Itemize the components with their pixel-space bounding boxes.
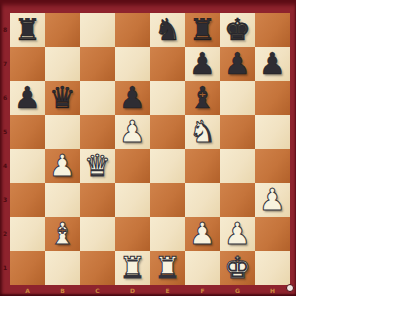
square-f1[interactable] — [185, 251, 220, 285]
piece-white-queen: ♛ — [80, 149, 115, 183]
file-label-e: E — [150, 285, 185, 296]
square-f4[interactable] — [185, 149, 220, 183]
square-e4[interactable] — [150, 149, 185, 183]
square-a8[interactable]: ♜ — [10, 13, 45, 47]
square-a4[interactable] — [10, 149, 45, 183]
square-e7[interactable] — [150, 47, 185, 81]
square-d5[interactable]: ♟ — [115, 115, 150, 149]
rank-label-1: 1 — [0, 251, 10, 285]
square-e5[interactable] — [150, 115, 185, 149]
piece-white-pawn: ♟ — [115, 115, 150, 149]
piece-black-rook: ♜ — [185, 13, 220, 47]
piece-black-pawn: ♟ — [185, 47, 220, 81]
square-a3[interactable] — [10, 183, 45, 217]
square-d7[interactable] — [115, 47, 150, 81]
piece-white-king: ♚ — [220, 251, 255, 285]
square-d4[interactable] — [115, 149, 150, 183]
square-e2[interactable] — [150, 217, 185, 251]
piece-white-pawn: ♟ — [220, 217, 255, 251]
square-h1[interactable] — [255, 251, 290, 285]
square-a5[interactable] — [10, 115, 45, 149]
square-b2[interactable]: ♝ — [45, 217, 80, 251]
square-b1[interactable] — [45, 251, 80, 285]
file-label-c: C — [80, 285, 115, 296]
square-g2[interactable]: ♟ — [220, 217, 255, 251]
rank-label-8: 8 — [0, 13, 10, 47]
square-f2[interactable]: ♟ — [185, 217, 220, 251]
square-c3[interactable] — [80, 183, 115, 217]
square-g3[interactable] — [220, 183, 255, 217]
square-c2[interactable] — [80, 217, 115, 251]
square-d1[interactable]: ♜ — [115, 251, 150, 285]
file-label-a: A — [10, 285, 45, 296]
file-label-b: B — [45, 285, 80, 296]
square-h6[interactable] — [255, 81, 290, 115]
piece-white-pawn: ♟ — [185, 217, 220, 251]
piece-white-rook: ♜ — [150, 251, 185, 285]
piece-white-rook: ♜ — [115, 251, 150, 285]
piece-black-pawn: ♟ — [115, 81, 150, 115]
square-c1[interactable] — [80, 251, 115, 285]
file-label-g: G — [220, 285, 255, 296]
rank-label-3: 3 — [0, 183, 10, 217]
square-f6[interactable]: ♝ — [185, 81, 220, 115]
piece-black-queen: ♛ — [45, 81, 80, 115]
square-h7[interactable]: ♟ — [255, 47, 290, 81]
square-e3[interactable] — [150, 183, 185, 217]
square-d6[interactable]: ♟ — [115, 81, 150, 115]
square-g6[interactable] — [220, 81, 255, 115]
square-e1[interactable]: ♜ — [150, 251, 185, 285]
square-h3[interactable]: ♟ — [255, 183, 290, 217]
square-a6[interactable]: ♟ — [10, 81, 45, 115]
rank-label-2: 2 — [0, 217, 10, 251]
square-f8[interactable]: ♜ — [185, 13, 220, 47]
square-f7[interactable]: ♟ — [185, 47, 220, 81]
square-b6[interactable]: ♛ — [45, 81, 80, 115]
square-h2[interactable] — [255, 217, 290, 251]
square-h5[interactable] — [255, 115, 290, 149]
file-label-d: D — [115, 285, 150, 296]
square-d2[interactable] — [115, 217, 150, 251]
square-g4[interactable] — [220, 149, 255, 183]
square-b3[interactable] — [45, 183, 80, 217]
square-d3[interactable] — [115, 183, 150, 217]
square-h8[interactable] — [255, 13, 290, 47]
square-e8[interactable]: ♞ — [150, 13, 185, 47]
square-a1[interactable] — [10, 251, 45, 285]
file-label-f: F — [185, 285, 220, 296]
square-c8[interactable] — [80, 13, 115, 47]
piece-black-rook: ♜ — [10, 13, 45, 47]
square-e6[interactable] — [150, 81, 185, 115]
square-a2[interactable] — [10, 217, 45, 251]
rank-label-5: 5 — [0, 115, 10, 149]
piece-white-pawn: ♟ — [45, 149, 80, 183]
square-g8[interactable]: ♚ — [220, 13, 255, 47]
square-c7[interactable] — [80, 47, 115, 81]
square-b8[interactable] — [45, 13, 80, 47]
square-g5[interactable] — [220, 115, 255, 149]
piece-black-pawn: ♟ — [220, 47, 255, 81]
square-d8[interactable] — [115, 13, 150, 47]
piece-white-pawn: ♟ — [255, 183, 290, 217]
square-f5[interactable]: ♞ — [185, 115, 220, 149]
piece-black-pawn: ♟ — [10, 81, 45, 115]
square-a7[interactable] — [10, 47, 45, 81]
piece-black-king: ♚ — [220, 13, 255, 47]
chess-board[interactable]: ♜♞♜♚♟♟♟♟♛♟♝♟♞♟♛♟♝♟♟♜♜♚ — [10, 13, 290, 285]
chess-board-frame: ♜♞♜♚♟♟♟♟♛♟♝♟♞♟♛♟♝♟♟♜♜♚ 87654321 ABCDEFGH — [0, 0, 296, 296]
page-background: ♜♞♜♚♟♟♟♟♛♟♝♟♞♟♛♟♝♟♟♜♜♚ 87654321 ABCDEFGH — [0, 0, 414, 311]
square-b4[interactable]: ♟ — [45, 149, 80, 183]
square-c5[interactable] — [80, 115, 115, 149]
rank-label-4: 4 — [0, 149, 10, 183]
square-g1[interactable]: ♚ — [220, 251, 255, 285]
square-b5[interactable] — [45, 115, 80, 149]
square-f3[interactable] — [185, 183, 220, 217]
square-b7[interactable] — [45, 47, 80, 81]
file-label-h: H — [255, 285, 290, 296]
piece-black-bishop: ♝ — [185, 81, 220, 115]
piece-black-knight: ♞ — [150, 13, 185, 47]
square-h4[interactable] — [255, 149, 290, 183]
move-indicator-white-to-move — [286, 284, 294, 292]
rank-label-7: 7 — [0, 47, 10, 81]
square-c4[interactable]: ♛ — [80, 149, 115, 183]
piece-white-knight: ♞ — [185, 115, 220, 149]
square-c6[interactable] — [80, 81, 115, 115]
square-g7[interactable]: ♟ — [220, 47, 255, 81]
piece-black-pawn: ♟ — [255, 47, 290, 81]
piece-white-bishop: ♝ — [45, 217, 80, 251]
rank-label-6: 6 — [0, 81, 10, 115]
